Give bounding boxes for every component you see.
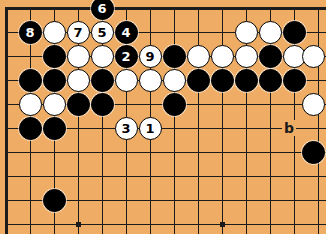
stone-black [302, 141, 325, 164]
stone-white-move-3: 3 [115, 117, 138, 140]
stone-black [283, 69, 306, 92]
grid-line-horizontal [5, 224, 326, 225]
stone-black [91, 93, 114, 116]
stone-black [163, 45, 186, 68]
stone-white [139, 69, 162, 92]
stone-black [19, 69, 42, 92]
stone-white [43, 21, 66, 44]
stone-black [43, 45, 66, 68]
stone-black [19, 117, 42, 140]
board-top-edge-line [5, 7, 326, 10]
stone-black [187, 69, 210, 92]
star-point [76, 222, 81, 227]
stone-white [211, 45, 234, 68]
stone-black-move-8: 8 [19, 21, 42, 44]
stone-white [302, 93, 325, 116]
stone-black [43, 69, 66, 92]
stone-white [187, 45, 210, 68]
stone-white [302, 45, 325, 68]
stone-black [163, 93, 186, 116]
stone-white [91, 45, 114, 68]
stone-white [43, 93, 66, 116]
stone-black [91, 69, 114, 92]
stone-white-move-1: 1 [139, 117, 162, 140]
stone-black [259, 45, 282, 68]
stone-black [259, 69, 282, 92]
stone-white [19, 93, 42, 116]
stone-black [43, 189, 66, 212]
grid-line-horizontal [5, 152, 326, 153]
stone-white [163, 69, 186, 92]
stone-black-move-6: 6 [91, 0, 114, 20]
stone-white [115, 69, 138, 92]
point-label-b: b [282, 120, 296, 136]
go-board-diagram: 687542931b [0, 0, 326, 234]
stone-white [235, 21, 258, 44]
stone-white [67, 45, 90, 68]
grid-line-horizontal [5, 176, 326, 177]
stone-white-move-7: 7 [67, 21, 90, 44]
stone-black [67, 93, 90, 116]
stone-white [235, 45, 258, 68]
stone-black-move-2: 2 [115, 45, 138, 68]
stone-black [235, 69, 258, 92]
stone-white-move-9: 9 [139, 45, 162, 68]
stone-white-move-5: 5 [91, 21, 114, 44]
stone-black [283, 21, 306, 44]
stone-white [67, 69, 90, 92]
stone-black [211, 69, 234, 92]
stone-black-move-4: 4 [115, 21, 138, 44]
stone-black [43, 117, 66, 140]
star-point [220, 222, 225, 227]
stone-white [259, 21, 282, 44]
